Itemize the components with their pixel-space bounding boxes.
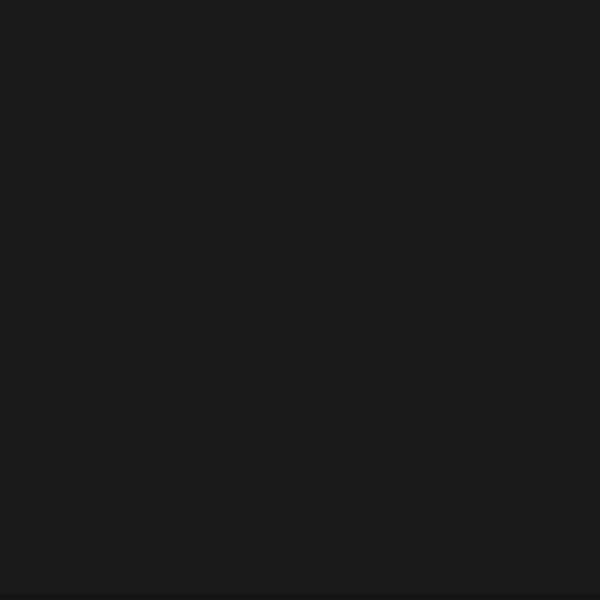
chess-board-wrap [0, 0, 600, 600]
bottom-edge-bar [0, 595, 600, 600]
chess-board [0, 0, 600, 600]
